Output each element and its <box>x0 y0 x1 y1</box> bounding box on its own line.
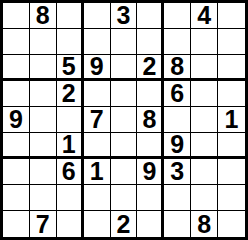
cell-r7c1-empty[interactable] <box>3 159 30 185</box>
cell-r5c5-empty[interactable] <box>111 107 138 133</box>
cell-r2c8-empty[interactable] <box>191 29 218 55</box>
cell-r9c4-empty[interactable] <box>84 211 111 237</box>
cell-r4c2-empty[interactable] <box>30 81 57 107</box>
cell-r5c3-empty[interactable] <box>57 107 84 133</box>
cell-r4c8-empty[interactable] <box>191 81 218 107</box>
cell-r4c9-empty[interactable] <box>218 81 245 107</box>
cell-r1c6-empty[interactable] <box>137 3 164 29</box>
cell-r2c5-empty[interactable] <box>111 29 138 55</box>
cell-r6c1-empty[interactable] <box>3 133 30 159</box>
cell-r9c6-empty[interactable] <box>137 211 164 237</box>
cell-r3c3-given: 5 <box>57 55 84 81</box>
cell-r1c2-given: 8 <box>30 3 57 29</box>
cell-r3c9-empty[interactable] <box>218 55 245 81</box>
cell-r6c4-empty[interactable] <box>84 133 111 159</box>
cell-r8c8-empty[interactable] <box>191 185 218 211</box>
cell-r9c2-given: 7 <box>30 211 57 237</box>
cell-r4c5-empty[interactable] <box>111 81 138 107</box>
cell-r7c6-given: 9 <box>137 159 164 185</box>
cell-r4c3-given: 2 <box>57 81 84 107</box>
cell-r5c9-given: 1 <box>218 107 245 133</box>
cell-r1c7-empty[interactable] <box>164 3 191 29</box>
cell-r9c5-given: 2 <box>111 211 138 237</box>
cell-r6c6-empty[interactable] <box>137 133 164 159</box>
cell-r3c1-empty[interactable] <box>3 55 30 81</box>
cell-r4c1-empty[interactable] <box>3 81 30 107</box>
cell-r8c9-empty[interactable] <box>218 185 245 211</box>
cell-r1c5-given: 3 <box>111 3 138 29</box>
cell-r3c8-empty[interactable] <box>191 55 218 81</box>
cell-r3c2-empty[interactable] <box>30 55 57 81</box>
cell-r8c2-empty[interactable] <box>30 185 57 211</box>
cell-r5c6-given: 8 <box>137 107 164 133</box>
cell-r6c3-given: 1 <box>57 133 84 159</box>
cell-r4c6-empty[interactable] <box>137 81 164 107</box>
cell-r2c6-empty[interactable] <box>137 29 164 55</box>
cell-r7c7-given: 3 <box>164 159 191 185</box>
cell-r3c7-given: 8 <box>164 55 191 81</box>
cell-r2c7-empty[interactable] <box>164 29 191 55</box>
cell-r9c7-empty[interactable] <box>164 211 191 237</box>
cell-r7c4-given: 1 <box>84 159 111 185</box>
cell-r4c7-given: 6 <box>164 81 191 107</box>
cell-r5c2-empty[interactable] <box>30 107 57 133</box>
cell-r5c1-given: 9 <box>3 107 30 133</box>
cell-r1c4-empty[interactable] <box>84 3 111 29</box>
cell-r2c3-empty[interactable] <box>57 29 84 55</box>
cell-r8c5-empty[interactable] <box>111 185 138 211</box>
cell-r7c8-empty[interactable] <box>191 159 218 185</box>
cell-r1c9-empty[interactable] <box>218 3 245 29</box>
cell-r8c6-empty[interactable] <box>137 185 164 211</box>
cell-r9c1-empty[interactable] <box>3 211 30 237</box>
cell-r8c7-empty[interactable] <box>164 185 191 211</box>
cell-r6c9-empty[interactable] <box>218 133 245 159</box>
cell-r6c2-empty[interactable] <box>30 133 57 159</box>
cell-r6c8-empty[interactable] <box>191 133 218 159</box>
cell-r5c4-given: 7 <box>84 107 111 133</box>
cell-r2c2-empty[interactable] <box>30 29 57 55</box>
cell-r7c9-empty[interactable] <box>218 159 245 185</box>
cell-r1c8-given: 4 <box>191 3 218 29</box>
cell-r2c1-empty[interactable] <box>3 29 30 55</box>
cell-r6c7-given: 9 <box>164 133 191 159</box>
cell-r2c4-empty[interactable] <box>84 29 111 55</box>
cell-r3c6-given: 2 <box>137 55 164 81</box>
sudoku-board: 8345928269781196193728 <box>0 0 248 240</box>
cell-r8c4-empty[interactable] <box>84 185 111 211</box>
cell-r6c5-empty[interactable] <box>111 133 138 159</box>
cell-r8c1-empty[interactable] <box>3 185 30 211</box>
cell-r9c8-given: 8 <box>191 211 218 237</box>
cell-r5c7-empty[interactable] <box>164 107 191 133</box>
cell-r2c9-empty[interactable] <box>218 29 245 55</box>
cell-r9c9-empty[interactable] <box>218 211 245 237</box>
cell-r7c2-empty[interactable] <box>30 159 57 185</box>
cell-r5c8-empty[interactable] <box>191 107 218 133</box>
cell-r7c3-given: 6 <box>57 159 84 185</box>
cell-r8c3-empty[interactable] <box>57 185 84 211</box>
cell-r3c4-given: 9 <box>84 55 111 81</box>
cell-r7c5-empty[interactable] <box>111 159 138 185</box>
cell-r4c4-empty[interactable] <box>84 81 111 107</box>
cell-r9c3-empty[interactable] <box>57 211 84 237</box>
cell-r1c1-empty[interactable] <box>3 3 30 29</box>
cell-r3c5-empty[interactable] <box>111 55 138 81</box>
cell-r1c3-empty[interactable] <box>57 3 84 29</box>
